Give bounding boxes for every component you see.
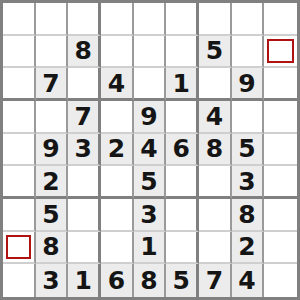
cell-r7c7[interactable] (199, 199, 232, 232)
cell-r8c6[interactable] (166, 232, 199, 265)
cell-r4c2[interactable] (36, 101, 69, 134)
cell-r8c3[interactable] (68, 232, 101, 265)
cell-r9c7[interactable]: 7 (199, 264, 232, 297)
cell-r4c7[interactable]: 4 (199, 101, 232, 134)
cell-r3c8[interactable]: 9 (232, 68, 265, 101)
cell-r1c3[interactable] (68, 3, 101, 36)
cell-r9c5[interactable]: 8 (134, 264, 167, 297)
cell-r7c2[interactable]: 5 (36, 199, 69, 232)
cell-r2c7[interactable]: 5 (199, 36, 232, 69)
cell-r6c5[interactable]: 5 (134, 166, 167, 199)
cell-r2c6[interactable] (166, 36, 199, 69)
cell-r4c4[interactable] (101, 101, 134, 134)
cell-r2c4[interactable] (101, 36, 134, 69)
cell-r3c2[interactable]: 7 (36, 68, 69, 101)
cell-r8c1[interactable] (3, 232, 36, 265)
cell-r2c1[interactable] (3, 36, 36, 69)
cell-r4c3[interactable]: 7 (68, 101, 101, 134)
cell-r5c5[interactable]: 4 (134, 134, 167, 167)
cell-r5c3[interactable]: 3 (68, 134, 101, 167)
cell-r1c1[interactable] (3, 3, 36, 36)
cell-r1c4[interactable] (101, 3, 134, 36)
cell-r3c9[interactable] (264, 68, 297, 101)
cell-r4c6[interactable] (166, 101, 199, 134)
cell-r3c1[interactable] (3, 68, 36, 101)
cell-r7c8[interactable]: 8 (232, 199, 265, 232)
cell-r4c1[interactable] (3, 101, 36, 134)
cell-r6c2[interactable]: 2 (36, 166, 69, 199)
cell-r1c8[interactable] (232, 3, 265, 36)
cell-r7c1[interactable] (3, 199, 36, 232)
cell-r9c3[interactable]: 1 (68, 264, 101, 297)
cell-r5c1[interactable] (3, 134, 36, 167)
cell-r5c6[interactable]: 6 (166, 134, 199, 167)
cell-r1c9[interactable] (264, 3, 297, 36)
cell-r5c7[interactable]: 8 (199, 134, 232, 167)
cell-r9c2[interactable]: 3 (36, 264, 69, 297)
cell-r3c6[interactable]: 1 (166, 68, 199, 101)
cell-r6c9[interactable] (264, 166, 297, 199)
cell-r2c8[interactable] (232, 36, 265, 69)
cell-r6c3[interactable] (68, 166, 101, 199)
cell-r8c4[interactable] (101, 232, 134, 265)
cell-r3c5[interactable] (134, 68, 167, 101)
cell-r5c2[interactable]: 9 (36, 134, 69, 167)
cell-r5c9[interactable] (264, 134, 297, 167)
cell-r4c8[interactable] (232, 101, 265, 134)
cell-r7c3[interactable] (68, 199, 101, 232)
cell-r1c2[interactable] (36, 3, 69, 36)
cell-r9c1[interactable] (3, 264, 36, 297)
cell-r9c4[interactable]: 6 (101, 264, 134, 297)
cell-r3c7[interactable] (199, 68, 232, 101)
cell-r1c6[interactable] (166, 3, 199, 36)
cell-r8c9[interactable] (264, 232, 297, 265)
cell-r6c4[interactable] (101, 166, 134, 199)
cell-r2c9[interactable] (264, 36, 297, 69)
cell-r8c5[interactable]: 1 (134, 232, 167, 265)
cell-r8c7[interactable] (199, 232, 232, 265)
cell-r4c9[interactable] (264, 101, 297, 134)
cell-r9c6[interactable]: 5 (166, 264, 199, 297)
cell-r7c4[interactable] (101, 199, 134, 232)
cell-r3c4[interactable]: 4 (101, 68, 134, 101)
cell-r3c3[interactable] (68, 68, 101, 101)
cell-r7c5[interactable]: 3 (134, 199, 167, 232)
cell-r8c2[interactable]: 8 (36, 232, 69, 265)
sudoku-board: 85741979493246852535388123168574 (0, 0, 300, 300)
cell-r9c9[interactable] (264, 264, 297, 297)
cell-r1c7[interactable] (199, 3, 232, 36)
cell-r6c7[interactable] (199, 166, 232, 199)
cell-r2c2[interactable] (36, 36, 69, 69)
cell-r2c5[interactable] (134, 36, 167, 69)
cell-r7c6[interactable] (166, 199, 199, 232)
cell-r8c8[interactable]: 2 (232, 232, 265, 265)
cell-r9c8[interactable]: 4 (232, 264, 265, 297)
cell-r5c4[interactable]: 2 (101, 134, 134, 167)
cell-r6c6[interactable] (166, 166, 199, 199)
cell-r6c8[interactable]: 3 (232, 166, 265, 199)
cell-r6c1[interactable] (3, 166, 36, 199)
cell-r7c9[interactable] (264, 199, 297, 232)
cell-r2c3[interactable]: 8 (68, 36, 101, 69)
cell-r4c5[interactable]: 9 (134, 101, 167, 134)
cell-r5c8[interactable]: 5 (232, 134, 265, 167)
cell-r1c5[interactable] (134, 3, 167, 36)
